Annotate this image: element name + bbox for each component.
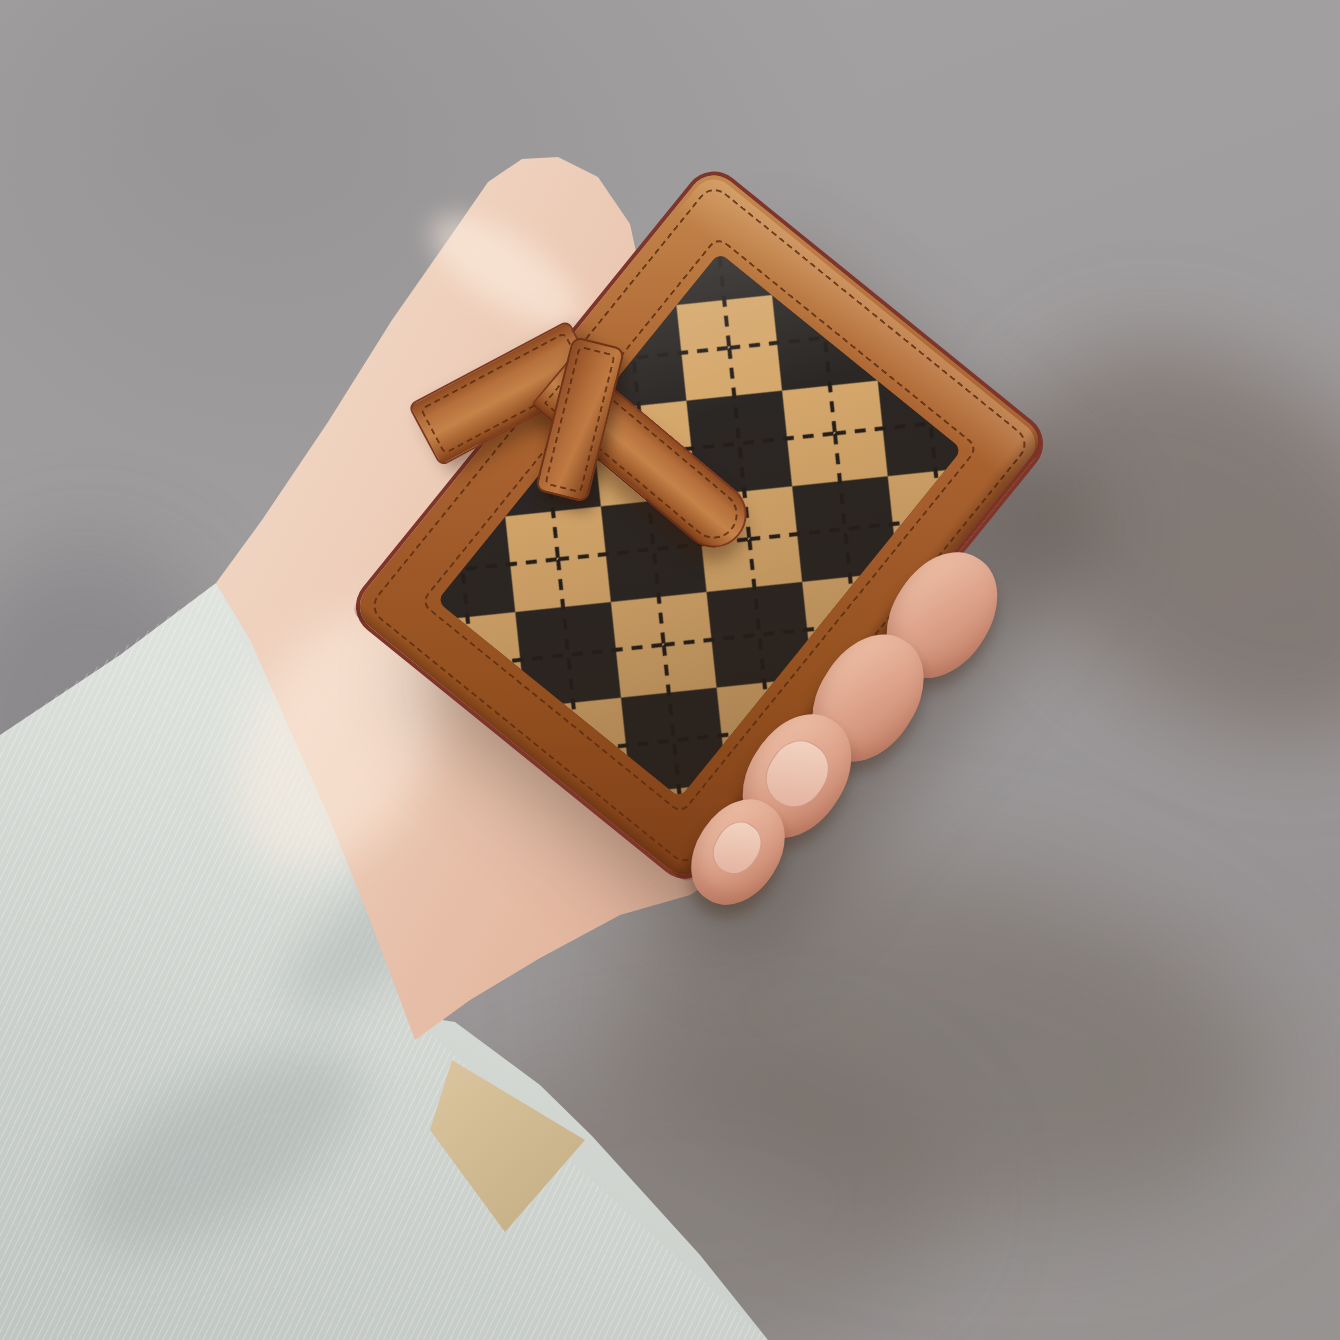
- photo-canvas: [0, 0, 1340, 1340]
- fingernail: [704, 813, 770, 882]
